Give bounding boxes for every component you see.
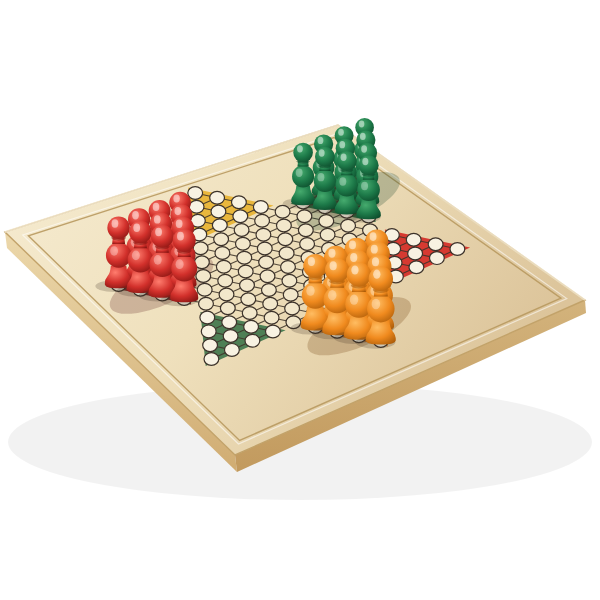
hole-r6c5[interactable] [257,242,272,255]
hole-r6c6[interactable] [278,233,293,246]
hole-r8c1[interactable] [219,288,234,301]
peg-head-highlight [338,129,344,136]
peg-head [315,147,335,167]
peg-head-highlight [328,249,335,258]
peg-head-highlight [372,257,379,266]
hole-r10c10[interactable] [406,233,421,246]
hole-r6c7[interactable] [298,224,313,237]
hole-r12c0[interactable] [204,353,219,366]
hole-r11c11[interactable] [428,238,443,251]
peg-body [171,256,197,282]
peg-head-highlight [350,253,357,262]
peg-head-highlight [297,145,303,152]
peg-body [292,165,314,187]
hole-r11c10[interactable] [408,247,423,260]
hole-r11c1[interactable] [223,330,238,343]
peg-head-highlight [370,232,377,241]
hole-r4c5[interactable] [214,233,229,246]
peg-head-highlight [359,120,365,127]
chinese-checkers-board [0,0,600,600]
peg-head-highlight [373,270,380,279]
hole-r3c2[interactable] [233,210,248,223]
hole-r10c1[interactable] [222,316,237,329]
peg-head-highlight [341,153,347,160]
peg-head-highlight [173,195,179,203]
peg-head [151,225,174,248]
peg-body [106,242,131,267]
peg-body-highlight [317,173,324,181]
peg-head [293,143,313,163]
peg-body-highlight [110,246,118,256]
hole-r10c4[interactable] [283,288,298,301]
hole-r7c2[interactable] [218,274,233,287]
hole-r9c1[interactable] [220,302,235,315]
hole-r4c4[interactable] [193,242,208,255]
hole-r6c4[interactable] [237,251,252,264]
peg-head-highlight [339,141,345,148]
peg-head [359,155,379,175]
peg-body-highlight [296,169,303,177]
hole-r4c7[interactable] [255,214,270,227]
peg-body-highlight [339,177,346,185]
peg-head-highlight [362,158,368,166]
hole-r11c2[interactable] [244,320,259,333]
hole-r7c1[interactable] [197,283,212,296]
peg-head-highlight [371,245,378,254]
peg-head-highlight [318,137,324,144]
hole-r12c2[interactable] [245,334,260,347]
hole-r4c8[interactable] [275,205,290,218]
hole-r7c5[interactable] [279,247,294,260]
peg-head-highlight [330,261,337,270]
hole-r7c7[interactable] [320,228,335,241]
peg-head-highlight [132,211,139,219]
hole-r5c7[interactable] [277,219,292,232]
peg-head [369,267,393,291]
hole-r10c3[interactable] [263,297,278,310]
hole-r7c6[interactable] [300,238,315,251]
peg-head-highlight [175,207,182,215]
peg-head-highlight [351,265,358,274]
hole-r8c0[interactable] [199,297,214,310]
peg-body [367,295,395,323]
peg-head [129,221,152,244]
peg-head [303,254,327,278]
peg-head-highlight [177,232,184,241]
peg-body [357,178,380,201]
peg-head-highlight [308,257,315,266]
hole-r12c12[interactable] [450,243,465,256]
peg-body-highlight [328,290,336,300]
hole-r12c3[interactable] [266,325,281,338]
peg-body-highlight [132,251,140,261]
peg-head-highlight [112,219,119,227]
peg-body [128,247,154,273]
hole-r11c4[interactable] [285,302,300,315]
hole-r8c3[interactable] [260,270,275,283]
peg-body-highlight [361,182,368,191]
hole-r0c0[interactable] [188,187,203,200]
peg-head-highlight [153,203,160,211]
peg-body [149,251,175,277]
hole-r12c11[interactable] [430,252,445,265]
peg-body-highlight [154,255,162,265]
hole-r6c2[interactable] [196,270,211,283]
peg-head-highlight [361,145,367,152]
peg-head [337,151,357,171]
peg-head-highlight [133,224,140,233]
hole-r11c3[interactable] [264,311,279,324]
hole-r7c3[interactable] [238,265,253,278]
peg-head-highlight [155,228,162,237]
peg-head [173,229,196,252]
peg-body [314,170,336,192]
hole-r11c0[interactable] [203,339,218,352]
hole-r9c0[interactable] [200,311,215,324]
hole-r12c10[interactable] [409,261,424,274]
peg-body-highlight [350,294,359,304]
peg-body-highlight [306,286,314,296]
peg-body-highlight [372,299,381,309]
peg-body [336,174,358,196]
peg-head-highlight [349,241,356,250]
peg-head-highlight [360,133,366,140]
hole-r5c4[interactable] [215,247,230,260]
hole-r8c4[interactable] [281,261,296,274]
hole-r9c2[interactable] [241,293,256,306]
hole-r9c3[interactable] [262,284,277,297]
hole-r10c2[interactable] [242,307,257,320]
hole-r2c1[interactable] [211,205,226,218]
peg-head [107,216,130,239]
hole-r3c1[interactable] [212,219,227,232]
hole-r7c4[interactable] [259,256,274,269]
peg-body-highlight [176,259,184,269]
hole-r5c6[interactable] [256,228,271,241]
peg-head [347,262,371,286]
peg-head-highlight [154,215,161,223]
hole-r10c0[interactable] [201,325,216,338]
peg-head [325,258,349,282]
hole-r1c1[interactable] [210,191,225,204]
hole-r8c2[interactable] [240,279,255,292]
hole-r6c3[interactable] [216,260,231,273]
peg-head-highlight [176,219,183,227]
peg-head-highlight [319,149,325,156]
hole-r12c1[interactable] [225,344,240,357]
hole-r3c3[interactable] [253,201,268,214]
hole-r4c6[interactable] [234,224,249,237]
hole-r9c4[interactable] [282,274,297,287]
product-photo [0,0,600,600]
hole-r5c5[interactable] [236,237,251,250]
hole-r2c2[interactable] [232,196,247,209]
